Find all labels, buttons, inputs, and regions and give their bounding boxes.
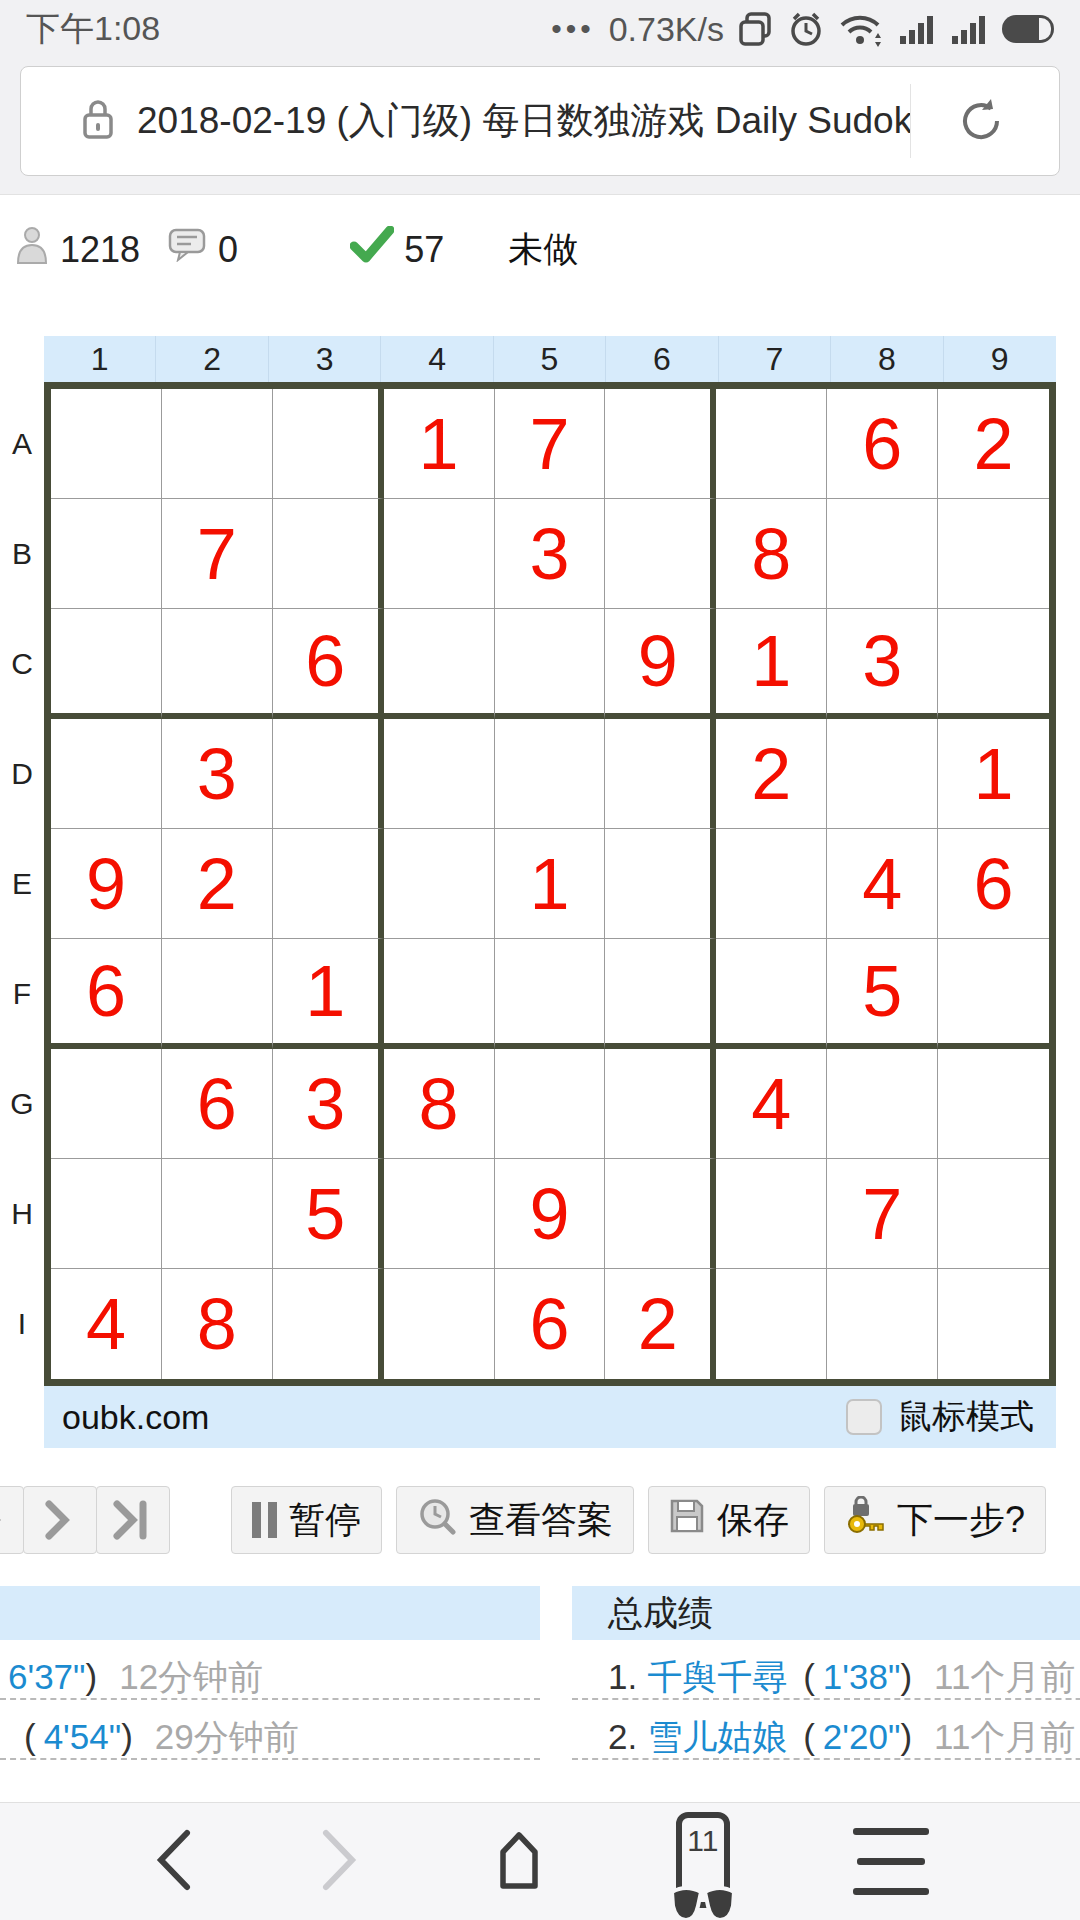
sudoku-cell-I8[interactable]: [827, 1269, 938, 1379]
url-bar[interactable]: 2018-02-19 (入门级) 每日数独游戏 Daily Sudoku - -: [20, 66, 1060, 176]
sudoku-cell-I9[interactable]: [938, 1269, 1049, 1379]
sudoku-cell-E7[interactable]: [716, 829, 827, 939]
sudoku-cell-F5[interactable]: [495, 939, 606, 1049]
next-puzzle-button[interactable]: [23, 1486, 97, 1554]
sudoku-cell-G5[interactable]: [495, 1049, 606, 1159]
paren: (: [803, 1717, 815, 1757]
sudoku-cell-H8[interactable]: 7: [827, 1159, 938, 1269]
sudoku-cell-F7[interactable]: [716, 939, 827, 1049]
puzzle-status: 未做: [508, 226, 578, 273]
paren: ): [900, 1657, 912, 1697]
sudoku-cell-E1[interactable]: 9: [51, 829, 162, 939]
sudoku-cell-B9[interactable]: [938, 499, 1049, 609]
total-ranking-panel: 总成绩 1. 千舆千尋 ( 1'38") 11个月前 2. 雪儿姑娘 ( 2'2…: [572, 1586, 1080, 1760]
save-button[interactable]: 保存: [648, 1486, 810, 1554]
paren: ): [121, 1717, 133, 1757]
menu-button[interactable]: [853, 1828, 929, 1895]
sudoku-cell-I7[interactable]: [716, 1269, 827, 1379]
sudoku-cell-A1[interactable]: [51, 389, 162, 499]
sudoku-cell-D4[interactable]: [384, 719, 495, 829]
sudoku-cell-C1[interactable]: [51, 609, 162, 719]
ranking-panels: 6'37") 12分钟前 ( 4'54") 29分钟前 总成绩 1. 千舆千尋 …: [0, 1586, 1080, 1760]
ranking-time-link[interactable]: 6'37": [8, 1657, 86, 1697]
sudoku-cell-H2[interactable]: [162, 1159, 273, 1269]
row-label-F: F: [0, 939, 44, 1049]
row-label-D: D: [0, 719, 44, 829]
sudoku-cell-H5[interactable]: 9: [495, 1159, 606, 1269]
prev-puzzle-button[interactable]: [0, 1486, 24, 1554]
sudoku-cell-D5[interactable]: [495, 719, 606, 829]
sudoku-cell-C2[interactable]: [162, 609, 273, 719]
sudoku-cell-G3[interactable]: 3: [273, 1049, 384, 1159]
ranking-row: ( 4'54") 29分钟前: [0, 1700, 540, 1760]
column-header-1: 1: [44, 336, 156, 382]
alarm-icon: [788, 11, 824, 47]
sudoku-cell-A3[interactable]: [273, 389, 384, 499]
row-label-E: E: [0, 829, 44, 939]
sudoku-cell-A6[interactable]: [605, 389, 716, 499]
sudoku-cell-D6[interactable]: [605, 719, 716, 829]
sudoku-cell-G2[interactable]: 6: [162, 1049, 273, 1159]
sudoku-cell-F3[interactable]: 1: [273, 939, 384, 1049]
overflow-dots: •••: [551, 12, 595, 46]
solved-check-icon: [350, 226, 394, 273]
total-ranking-header: 总成绩: [572, 1586, 1080, 1640]
sudoku-cell-D7[interactable]: 2: [716, 719, 827, 829]
paren: (: [24, 1717, 36, 1757]
sudoku-cell-H9[interactable]: [938, 1159, 1049, 1269]
sudoku-cell-G9[interactable]: [938, 1049, 1049, 1159]
sudoku-cell-G7[interactable]: 4: [716, 1049, 827, 1159]
sudoku-cell-C4[interactable]: [384, 609, 495, 719]
sudoku-cell-I3[interactable]: [273, 1269, 384, 1379]
sudoku-cell-H3[interactable]: 5: [273, 1159, 384, 1269]
sudoku-cell-B2[interactable]: 7: [162, 499, 273, 609]
sudoku-cell-E8[interactable]: 4: [827, 829, 938, 939]
sudoku-cell-C6[interactable]: 9: [605, 609, 716, 719]
mouse-mode-checkbox[interactable]: [846, 1399, 882, 1435]
page-title[interactable]: 2018-02-19 (入门级) 每日数独游戏 Daily Sudoku - -: [115, 96, 910, 146]
column-header-3: 3: [269, 336, 381, 382]
sudoku-cell-A5[interactable]: 7: [495, 389, 606, 499]
sudoku-cell-A2[interactable]: [162, 389, 273, 499]
rank-number: 2.: [608, 1717, 637, 1757]
sudoku-cell-B5[interactable]: 3: [495, 499, 606, 609]
sudoku-grid: 176273869133219214661563845974862: [44, 382, 1056, 1386]
row-labels: ABCDEFGHI: [0, 336, 44, 1448]
back-button[interactable]: [151, 1827, 195, 1897]
incognito-mask-icon: [668, 1884, 738, 1920]
ranking-row: 6'37") 12分钟前: [0, 1640, 540, 1700]
players-icon: [14, 225, 50, 274]
sudoku-cell-B1[interactable]: [51, 499, 162, 609]
row-label-H: H: [0, 1159, 44, 1269]
sudoku-cell-D8[interactable]: [827, 719, 938, 829]
sudoku-cell-G1[interactable]: [51, 1049, 162, 1159]
sudoku-cell-E6[interactable]: [605, 829, 716, 939]
column-header-5: 5: [494, 336, 606, 382]
battery-icon: [1002, 15, 1054, 43]
puzzle-stats: 1218 0 57 未做: [0, 195, 1080, 280]
column-header-7: 7: [719, 336, 831, 382]
refresh-button[interactable]: [911, 97, 1051, 145]
browser-bottom-nav: 11: [0, 1802, 1080, 1920]
column-headers: 123456789: [44, 336, 1056, 382]
pause-icon: [252, 1502, 277, 1538]
ranking-row: 1. 千舆千尋 ( 1'38") 11个月前: [572, 1640, 1080, 1700]
row-label-G: G: [0, 1049, 44, 1159]
home-button[interactable]: [485, 1826, 553, 1898]
key-icon: [845, 1496, 885, 1545]
sudoku-cell-I6[interactable]: 2: [605, 1269, 716, 1379]
column-header-2: 2: [156, 336, 268, 382]
sudoku-cell-I4[interactable]: [384, 1269, 495, 1379]
signal-sim2-icon: [950, 12, 988, 46]
sudoku-cell-B3[interactable]: [273, 499, 384, 609]
row-label-C: C: [0, 609, 44, 719]
column-header-8: 8: [831, 336, 943, 382]
tabs-button[interactable]: 11: [676, 1812, 730, 1912]
ranking-row: 2. 雪儿姑娘 ( 2'20") 11个月前: [572, 1700, 1080, 1760]
sudoku-cell-F8[interactable]: 5: [827, 939, 938, 1049]
save-label: 保存: [717, 1496, 789, 1545]
sudoku-cell-F6[interactable]: [605, 939, 716, 1049]
sudoku-cell-A8[interactable]: 6: [827, 389, 938, 499]
ranking-time-link[interactable]: 2'20": [823, 1717, 901, 1757]
sudoku-cell-C3[interactable]: 6: [273, 609, 384, 719]
sudoku-cell-E5[interactable]: 1: [495, 829, 606, 939]
paren: ): [86, 1657, 98, 1697]
ranking-ago: 29分钟前: [155, 1714, 299, 1760]
sudoku-cell-H4[interactable]: [384, 1159, 495, 1269]
view-answer-button[interactable]: 查看答案: [396, 1486, 634, 1554]
sudoku-cell-B7[interactable]: 8: [716, 499, 827, 609]
paren: (: [803, 1657, 815, 1697]
ranking-ago: 11个月前: [934, 1654, 1075, 1700]
sudoku-cell-E4[interactable]: [384, 829, 495, 939]
sudoku-cell-F2[interactable]: [162, 939, 273, 1049]
sudoku-cell-A4[interactable]: 1: [384, 389, 495, 499]
sudoku-cell-C9[interactable]: [938, 609, 1049, 719]
row-label-I: I: [0, 1269, 44, 1379]
puzzle-toolbar: 暂停 查看答案 保存 下一步?: [0, 1484, 1080, 1556]
sudoku-cell-G6[interactable]: [605, 1049, 716, 1159]
sudoku-cell-C8[interactable]: 3: [827, 609, 938, 719]
site-name: oubk.com: [62, 1398, 209, 1437]
sudoku-cell-E3[interactable]: [273, 829, 384, 939]
sudoku-cell-B8[interactable]: [827, 499, 938, 609]
sudoku-cell-D1[interactable]: [51, 719, 162, 829]
save-icon: [669, 1498, 705, 1543]
row-label-A: A: [0, 389, 44, 499]
sudoku-cell-C7[interactable]: 1: [716, 609, 827, 719]
sudoku-cell-E9[interactable]: 6: [938, 829, 1049, 939]
sudoku-cell-I2[interactable]: 8: [162, 1269, 273, 1379]
comments-count: 0: [218, 229, 238, 271]
ranking-ago: 12分钟前: [119, 1654, 263, 1700]
sudoku-cell-B6[interactable]: [605, 499, 716, 609]
paren: ): [900, 1717, 912, 1757]
sudoku-cell-F4[interactable]: [384, 939, 495, 1049]
sudoku-cell-A7[interactable]: [716, 389, 827, 499]
sudoku-cell-C5[interactable]: [495, 609, 606, 719]
mouse-mode-label: 鼠标模式: [898, 1394, 1034, 1440]
next-step-label: 下一步?: [897, 1496, 1025, 1545]
sudoku-cell-F1[interactable]: 6: [51, 939, 162, 1049]
player-name-link[interactable]: 雪儿姑娘: [647, 1714, 787, 1760]
sudoku-cell-H7[interactable]: [716, 1159, 827, 1269]
ranking-time-link[interactable]: 4'54": [44, 1717, 122, 1757]
rank-number: 1.: [608, 1657, 637, 1697]
pause-label: 暂停: [289, 1496, 361, 1545]
browser-chrome: 下午1:08 ••• 0.73K/s 2018-02-1: [0, 0, 1080, 195]
forward-button[interactable]: [318, 1827, 362, 1897]
sudoku-cell-I1[interactable]: 4: [51, 1269, 162, 1379]
clock-text: 下午1:08: [26, 6, 551, 52]
next-step-button[interactable]: 下一步?: [824, 1486, 1046, 1554]
today-ranking-panel: 6'37") 12分钟前 ( 4'54") 29分钟前: [0, 1586, 540, 1760]
sudoku-cell-D9[interactable]: 1: [938, 719, 1049, 829]
lock-icon: [81, 97, 115, 145]
row-label-B: B: [0, 499, 44, 609]
sudoku-cell-B4[interactable]: [384, 499, 495, 609]
player-name-link[interactable]: 千舆千尋: [647, 1654, 787, 1700]
sudoku-cell-G4[interactable]: 8: [384, 1049, 495, 1159]
sudoku-cell-I5[interactable]: 6: [495, 1269, 606, 1379]
comments-icon: [168, 228, 208, 271]
column-header-4: 4: [381, 336, 493, 382]
clock-search-icon: [417, 1496, 457, 1545]
sudoku-cell-G8[interactable]: [827, 1049, 938, 1159]
signal-sim1-icon: [898, 12, 936, 46]
last-puzzle-button[interactable]: [96, 1486, 170, 1554]
wifi-icon: [838, 11, 884, 47]
floating-window-icon: [738, 11, 774, 47]
board-footer: oubk.com 鼠标模式: [44, 1386, 1056, 1448]
sudoku-cell-D3[interactable]: [273, 719, 384, 829]
sudoku-board: ABCDEFGHI 123456789 17627386913321921466…: [0, 336, 1080, 1448]
today-ranking-header: [0, 1586, 540, 1640]
column-header-6: 6: [606, 336, 718, 382]
sudoku-cell-H6[interactable]: [605, 1159, 716, 1269]
sudoku-cell-E2[interactable]: 2: [162, 829, 273, 939]
players-count: 1218: [60, 229, 140, 271]
sudoku-cell-D2[interactable]: 3: [162, 719, 273, 829]
ranking-ago: 11个月前: [934, 1714, 1075, 1760]
status-bar: 下午1:08 ••• 0.73K/s: [0, 0, 1080, 58]
sudoku-cell-F9[interactable]: [938, 939, 1049, 1049]
sudoku-cell-A9[interactable]: 2: [938, 389, 1049, 499]
view-answer-label: 查看答案: [469, 1496, 613, 1545]
sudoku-cell-H1[interactable]: [51, 1159, 162, 1269]
ranking-time-link[interactable]: 1'38": [823, 1657, 901, 1697]
solved-count: 57: [404, 229, 444, 271]
pause-button[interactable]: 暂停: [231, 1486, 382, 1554]
column-header-9: 9: [944, 336, 1056, 382]
network-speed: 0.73K/s: [609, 10, 724, 49]
